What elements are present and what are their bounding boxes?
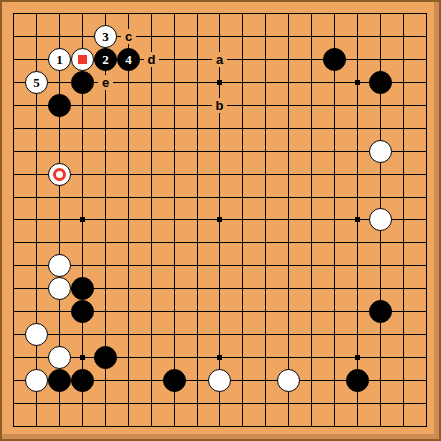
star-point bbox=[80, 355, 85, 360]
stone-black bbox=[71, 300, 94, 323]
circle-mark-icon bbox=[53, 168, 66, 181]
stone-black bbox=[163, 369, 186, 392]
grid-line bbox=[128, 13, 129, 427]
star-point bbox=[355, 217, 360, 222]
grid-line bbox=[403, 13, 404, 427]
stone-black bbox=[71, 71, 94, 94]
grid-line bbox=[13, 334, 427, 335]
grid-line bbox=[334, 13, 335, 427]
stone-black: 4 bbox=[117, 48, 140, 71]
stone-white bbox=[48, 163, 71, 186]
grid-line bbox=[151, 13, 152, 427]
stone-black bbox=[369, 71, 392, 94]
stone-black bbox=[48, 369, 71, 392]
stone-white bbox=[277, 369, 300, 392]
star-point bbox=[355, 80, 360, 85]
grid-line bbox=[13, 36, 427, 37]
stone-white bbox=[48, 346, 71, 369]
grid-line bbox=[13, 128, 427, 129]
grid-line bbox=[13, 242, 427, 243]
grid-line bbox=[265, 13, 266, 427]
point-label-d: d bbox=[144, 52, 159, 67]
grid-line bbox=[13, 197, 427, 198]
stone-white: 1 bbox=[48, 48, 71, 71]
grid-line bbox=[197, 13, 198, 427]
stone-white bbox=[369, 208, 392, 231]
grid-line bbox=[426, 13, 427, 427]
grid-line bbox=[242, 13, 243, 427]
grid-line bbox=[288, 13, 289, 427]
point-label-b: b bbox=[212, 98, 227, 113]
go-board-diagram: 31245abcde bbox=[0, 0, 441, 441]
grid-line bbox=[13, 403, 427, 404]
stone-white bbox=[25, 323, 48, 346]
stone-white: 5 bbox=[25, 71, 48, 94]
stone-white bbox=[48, 254, 71, 277]
grid-line bbox=[13, 13, 427, 14]
stone-white bbox=[369, 140, 392, 163]
move-number: 4 bbox=[118, 49, 139, 70]
star-point bbox=[217, 80, 222, 85]
grid-line bbox=[13, 151, 427, 152]
go-board[interactable]: 31245abcde bbox=[0, 0, 441, 441]
move-number: 5 bbox=[26, 72, 47, 93]
point-label-a: a bbox=[212, 52, 227, 67]
stone-black bbox=[94, 346, 117, 369]
grid-line bbox=[13, 13, 14, 427]
stone-white: 3 bbox=[94, 25, 117, 48]
grid-line bbox=[13, 174, 427, 175]
star-point bbox=[217, 355, 222, 360]
stone-white bbox=[25, 369, 48, 392]
grid-line bbox=[13, 265, 427, 266]
point-label-e: e bbox=[98, 75, 113, 90]
grid-line bbox=[174, 13, 175, 427]
stone-black bbox=[71, 277, 94, 300]
stone-white bbox=[48, 277, 71, 300]
stone-black bbox=[323, 48, 346, 71]
square-mark-icon bbox=[78, 55, 87, 64]
point-label-c: c bbox=[121, 29, 136, 44]
move-number: 3 bbox=[95, 26, 116, 47]
move-number: 1 bbox=[49, 49, 70, 70]
stone-black bbox=[48, 94, 71, 117]
star-point bbox=[80, 217, 85, 222]
grid-line bbox=[311, 13, 312, 427]
grid-line bbox=[13, 426, 427, 427]
move-number: 2 bbox=[95, 49, 116, 70]
stone-white bbox=[208, 369, 231, 392]
stone-white bbox=[71, 48, 94, 71]
star-point bbox=[217, 217, 222, 222]
stone-black bbox=[346, 369, 369, 392]
stone-black bbox=[369, 300, 392, 323]
star-point bbox=[355, 355, 360, 360]
stone-black bbox=[71, 369, 94, 392]
stone-black: 2 bbox=[94, 48, 117, 71]
